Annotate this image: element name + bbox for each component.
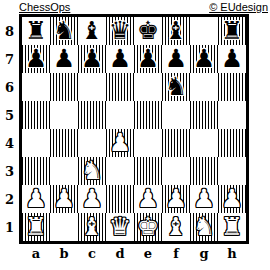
black-pawn-e7: ♟ bbox=[137, 45, 159, 73]
square-d2 bbox=[106, 185, 134, 213]
black-knight-b8: ♞ bbox=[53, 17, 75, 45]
square-g8 bbox=[190, 17, 218, 45]
white-pawn-h2: ♟ bbox=[221, 185, 243, 213]
file-label-b: b bbox=[50, 244, 78, 262]
square-c3: ♞ bbox=[78, 157, 106, 185]
square-f8: ♝ bbox=[162, 17, 190, 45]
black-king-e8: ♚ bbox=[137, 17, 159, 45]
file-label-d: d bbox=[106, 244, 134, 262]
square-e1: ♚ bbox=[134, 213, 162, 241]
white-knight-c3: ♞ bbox=[81, 157, 103, 185]
black-pawn-f7: ♟ bbox=[165, 45, 187, 73]
square-g1: ♞ bbox=[190, 213, 218, 241]
square-e2: ♟ bbox=[134, 185, 162, 213]
chess-board: ♜♞♝♛♚♝♜♟♟♟♟♟♟♟♟♞♟♞♟♟♟♟♟♟♟♜♝♛♚♝♞♜ bbox=[19, 14, 249, 244]
file-label-a: a bbox=[22, 244, 50, 262]
square-a6 bbox=[22, 73, 50, 101]
square-a5 bbox=[22, 101, 50, 129]
square-d7: ♟ bbox=[106, 45, 134, 73]
white-bishop-c1: ♝ bbox=[81, 213, 103, 241]
white-queen-d1: ♛ bbox=[109, 213, 131, 241]
rank-label-1: 1 bbox=[0, 213, 19, 241]
square-d8: ♛ bbox=[106, 17, 134, 45]
square-c7: ♟ bbox=[78, 45, 106, 73]
square-h1: ♜ bbox=[218, 213, 246, 241]
file-label-g: g bbox=[190, 244, 218, 262]
square-f3 bbox=[162, 157, 190, 185]
square-f2: ♟ bbox=[162, 185, 190, 213]
square-g3 bbox=[190, 157, 218, 185]
rank-label-6: 6 bbox=[0, 73, 19, 101]
square-a1: ♜ bbox=[22, 213, 50, 241]
square-a2: ♟ bbox=[22, 185, 50, 213]
square-f7: ♟ bbox=[162, 45, 190, 73]
square-f4 bbox=[162, 129, 190, 157]
white-rook-h1: ♜ bbox=[221, 213, 243, 241]
rank-label-8: 8 bbox=[0, 17, 19, 45]
square-c8: ♝ bbox=[78, 17, 106, 45]
white-bishop-f1: ♝ bbox=[165, 213, 187, 241]
square-a4 bbox=[22, 129, 50, 157]
white-knight-g1: ♞ bbox=[193, 213, 215, 241]
square-e4 bbox=[134, 129, 162, 157]
square-h8: ♜ bbox=[218, 17, 246, 45]
square-d5 bbox=[106, 101, 134, 129]
file-label-h: h bbox=[218, 244, 246, 262]
white-pawn-f2: ♟ bbox=[165, 185, 187, 213]
black-pawn-d7: ♟ bbox=[109, 45, 131, 73]
square-b1 bbox=[50, 213, 78, 241]
square-g5 bbox=[190, 101, 218, 129]
black-pawn-h7: ♟ bbox=[221, 45, 243, 73]
square-h6 bbox=[218, 73, 246, 101]
square-h4 bbox=[218, 129, 246, 157]
square-a8: ♜ bbox=[22, 17, 50, 45]
square-d4: ♟ bbox=[106, 129, 134, 157]
square-b2: ♟ bbox=[50, 185, 78, 213]
square-d3 bbox=[106, 157, 134, 185]
square-a3 bbox=[22, 157, 50, 185]
square-b4 bbox=[50, 129, 78, 157]
rank-label-4: 4 bbox=[0, 129, 19, 157]
square-c2: ♟ bbox=[78, 185, 106, 213]
black-bishop-f8: ♝ bbox=[165, 17, 187, 45]
square-c6 bbox=[78, 73, 106, 101]
black-pawn-b7: ♟ bbox=[53, 45, 75, 73]
square-b8: ♞ bbox=[50, 17, 78, 45]
square-f1: ♝ bbox=[162, 213, 190, 241]
black-rook-a8: ♜ bbox=[25, 17, 47, 45]
square-c5 bbox=[78, 101, 106, 129]
square-e5 bbox=[134, 101, 162, 129]
white-pawn-c2: ♟ bbox=[81, 185, 103, 213]
square-g6 bbox=[190, 73, 218, 101]
file-label-f: f bbox=[162, 244, 190, 262]
square-d1: ♛ bbox=[106, 213, 134, 241]
square-b7: ♟ bbox=[50, 45, 78, 73]
white-pawn-b2: ♟ bbox=[53, 185, 75, 213]
file-label-e: e bbox=[134, 244, 162, 262]
file-label-c: c bbox=[78, 244, 106, 262]
black-rook-h8: ♜ bbox=[221, 17, 243, 45]
black-pawn-a7: ♟ bbox=[25, 45, 47, 73]
header: ChessOps © EUdesign bbox=[0, 0, 270, 14]
square-e8: ♚ bbox=[134, 17, 162, 45]
black-bishop-c8: ♝ bbox=[81, 17, 103, 45]
white-pawn-e2: ♟ bbox=[137, 185, 159, 213]
square-c4 bbox=[78, 129, 106, 157]
square-h7: ♟ bbox=[218, 45, 246, 73]
square-h5 bbox=[218, 101, 246, 129]
square-e3 bbox=[134, 157, 162, 185]
white-rook-a1: ♜ bbox=[25, 213, 47, 241]
square-g2: ♟ bbox=[190, 185, 218, 213]
square-f6: ♞ bbox=[162, 73, 190, 101]
white-king-e1: ♚ bbox=[137, 213, 159, 241]
white-pawn-d4: ♟ bbox=[109, 129, 131, 157]
black-pawn-g7: ♟ bbox=[193, 45, 215, 73]
chessops-link[interactable]: ChessOps bbox=[19, 1, 70, 13]
square-b3 bbox=[50, 157, 78, 185]
file-labels: abcdefgh bbox=[19, 244, 249, 262]
square-f5 bbox=[162, 101, 190, 129]
black-pawn-c7: ♟ bbox=[81, 45, 103, 73]
square-b6 bbox=[50, 73, 78, 101]
chess-diagram: 87654321 ♜♞♝♛♚♝♜♟♟♟♟♟♟♟♟♞♟♞♟♟♟♟♟♟♟♜♝♛♚♝♞… bbox=[0, 14, 270, 262]
square-a7: ♟ bbox=[22, 45, 50, 73]
rank-label-2: 2 bbox=[0, 185, 19, 213]
black-queen-d8: ♛ bbox=[109, 17, 131, 45]
square-h2: ♟ bbox=[218, 185, 246, 213]
rank-label-7: 7 bbox=[0, 45, 19, 73]
white-pawn-g2: ♟ bbox=[193, 185, 215, 213]
rank-labels: 87654321 bbox=[0, 14, 19, 244]
chessops-diagram-page: ChessOps © EUdesign 87654321 ♜♞♝♛♚♝♜♟♟♟♟… bbox=[0, 0, 270, 270]
square-b5 bbox=[50, 101, 78, 129]
square-c1: ♝ bbox=[78, 213, 106, 241]
square-h3 bbox=[218, 157, 246, 185]
copyright-link[interactable]: © EUdesign bbox=[209, 1, 268, 13]
white-pawn-a2: ♟ bbox=[25, 185, 47, 213]
square-e6 bbox=[134, 73, 162, 101]
square-e7: ♟ bbox=[134, 45, 162, 73]
square-g7: ♟ bbox=[190, 45, 218, 73]
black-knight-f6: ♞ bbox=[165, 73, 187, 101]
rank-label-3: 3 bbox=[0, 157, 19, 185]
square-d6 bbox=[106, 73, 134, 101]
rank-label-5: 5 bbox=[0, 101, 19, 129]
square-g4 bbox=[190, 129, 218, 157]
